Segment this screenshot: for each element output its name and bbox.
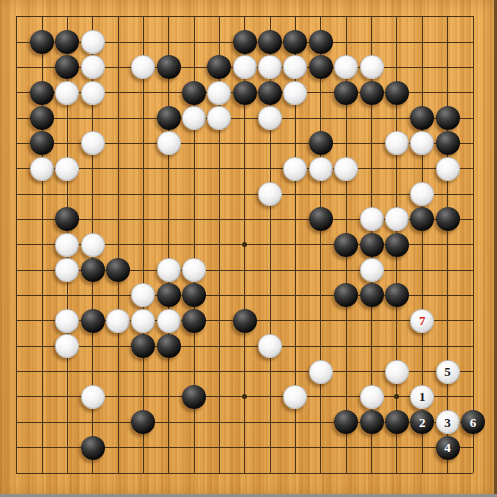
stone-black <box>55 207 79 231</box>
stone-white <box>436 157 460 181</box>
board-point[interactable] <box>156 131 181 156</box>
stone-black <box>55 55 79 79</box>
board-point[interactable] <box>333 156 358 181</box>
go-game-screenshot: 7512364 <box>0 0 497 497</box>
stone-black: 6 <box>461 410 485 434</box>
board-point[interactable] <box>156 55 181 80</box>
board-point[interactable] <box>156 283 181 308</box>
stone-white: 3 <box>436 410 460 434</box>
board-point[interactable] <box>80 257 105 282</box>
board-point[interactable] <box>55 232 80 257</box>
board-point[interactable] <box>359 80 384 105</box>
stone-black <box>360 81 384 105</box>
board-point[interactable] <box>131 55 156 80</box>
stone-white <box>334 55 358 79</box>
board-point[interactable] <box>80 435 105 460</box>
stone-black <box>207 55 231 79</box>
board-point[interactable] <box>308 131 333 156</box>
board-point[interactable] <box>435 156 460 181</box>
move-number-label: 6 <box>470 416 477 429</box>
board-point[interactable] <box>359 384 384 409</box>
board-point[interactable] <box>105 257 130 282</box>
board-point[interactable] <box>131 410 156 435</box>
board-point[interactable] <box>283 80 308 105</box>
stone-white <box>309 360 333 384</box>
board-point[interactable]: 6 <box>460 410 485 435</box>
stone-white <box>207 81 231 105</box>
board-point[interactable] <box>131 333 156 358</box>
board-point[interactable] <box>384 410 409 435</box>
board-point[interactable] <box>181 105 206 130</box>
board-point[interactable] <box>435 207 460 232</box>
stone-black <box>385 233 409 257</box>
stone-black <box>334 410 358 434</box>
stone-white <box>258 106 282 130</box>
board-point[interactable] <box>232 308 257 333</box>
stone-black <box>309 131 333 155</box>
stone-white <box>334 157 358 181</box>
stone-black <box>157 106 181 130</box>
board-point[interactable] <box>55 29 80 54</box>
board-point[interactable] <box>359 55 384 80</box>
board-point[interactable] <box>257 29 282 54</box>
stone-black <box>182 385 206 409</box>
stone-white <box>283 55 307 79</box>
stone-white <box>157 309 181 333</box>
move-number-label: 5 <box>444 365 451 378</box>
stone-black <box>157 55 181 79</box>
board-point[interactable] <box>29 105 54 130</box>
stone-black: 4 <box>436 436 460 460</box>
stones-grid: 7512364 <box>4 4 486 486</box>
stone-black <box>81 436 105 460</box>
board-point[interactable] <box>156 257 181 282</box>
board-point[interactable] <box>435 105 460 130</box>
stone-white <box>385 207 409 231</box>
stone-black <box>436 131 460 155</box>
stone-black <box>182 283 206 307</box>
board-point[interactable] <box>308 156 333 181</box>
stone-black <box>334 81 358 105</box>
stone-black <box>385 410 409 434</box>
board-point[interactable] <box>80 55 105 80</box>
board-point[interactable]: 5 <box>435 359 460 384</box>
board-point[interactable] <box>384 131 409 156</box>
stone-black <box>131 410 155 434</box>
board-point[interactable] <box>232 29 257 54</box>
board-point[interactable] <box>29 131 54 156</box>
board-point[interactable] <box>105 308 130 333</box>
stone-white <box>55 309 79 333</box>
board-point[interactable] <box>384 80 409 105</box>
board-point[interactable] <box>333 283 358 308</box>
stone-white <box>385 360 409 384</box>
stone-white <box>55 157 79 181</box>
stone-black <box>360 283 384 307</box>
stone-black <box>131 334 155 358</box>
stone-white <box>283 385 307 409</box>
stone-black <box>410 106 434 130</box>
stone-white <box>182 258 206 282</box>
stone-black <box>30 106 54 130</box>
board-point[interactable] <box>308 359 333 384</box>
stone-black <box>309 55 333 79</box>
board-point[interactable] <box>359 232 384 257</box>
move-number-label: 1 <box>419 390 426 403</box>
stone-black <box>233 81 257 105</box>
stone-black <box>258 81 282 105</box>
stone-white <box>157 131 181 155</box>
board-point[interactable] <box>410 207 435 232</box>
stone-black <box>81 258 105 282</box>
board-point[interactable] <box>435 131 460 156</box>
stone-white <box>360 385 384 409</box>
stone-white <box>233 55 257 79</box>
board-point[interactable]: 3 <box>435 410 460 435</box>
stone-black <box>55 30 79 54</box>
board-point[interactable] <box>283 55 308 80</box>
board-point[interactable] <box>257 333 282 358</box>
stone-black <box>360 233 384 257</box>
stone-white <box>258 182 282 206</box>
board-point[interactable] <box>257 55 282 80</box>
stone-white <box>131 55 155 79</box>
stone-black <box>30 131 54 155</box>
stone-white <box>309 157 333 181</box>
board-point[interactable] <box>181 80 206 105</box>
stone-white <box>81 233 105 257</box>
stone-black <box>309 30 333 54</box>
board-point[interactable] <box>80 232 105 257</box>
stone-white: 5 <box>436 360 460 384</box>
stone-white <box>258 55 282 79</box>
stone-white <box>81 55 105 79</box>
stone-black <box>436 106 460 130</box>
board-point[interactable] <box>257 105 282 130</box>
stone-black <box>182 81 206 105</box>
stone-white <box>81 81 105 105</box>
board-point[interactable] <box>257 181 282 206</box>
board-point[interactable] <box>55 55 80 80</box>
board-point[interactable] <box>283 156 308 181</box>
board-point[interactable] <box>181 283 206 308</box>
stone-black <box>157 283 181 307</box>
stone-black <box>233 30 257 54</box>
stone-white <box>55 258 79 282</box>
board-point[interactable]: 2 <box>410 410 435 435</box>
stone-black <box>30 81 54 105</box>
board-point[interactable] <box>55 257 80 282</box>
board-point[interactable] <box>55 333 80 358</box>
board-point[interactable] <box>181 384 206 409</box>
board-point[interactable] <box>55 308 80 333</box>
move-number-label: 3 <box>444 416 451 429</box>
stone-white <box>283 81 307 105</box>
board-point[interactable] <box>384 232 409 257</box>
board-point[interactable] <box>131 308 156 333</box>
stone-white <box>55 233 79 257</box>
stone-black <box>410 207 434 231</box>
board-point[interactable] <box>156 308 181 333</box>
stone-white: 7 <box>410 309 434 333</box>
stone-black <box>30 30 54 54</box>
stone-white <box>106 309 130 333</box>
board-point[interactable] <box>55 80 80 105</box>
stone-white <box>360 55 384 79</box>
stone-white <box>157 258 181 282</box>
board-point[interactable] <box>207 55 232 80</box>
stone-white <box>360 258 384 282</box>
stone-black <box>360 410 384 434</box>
board-point[interactable] <box>410 131 435 156</box>
board-point[interactable] <box>232 80 257 105</box>
stone-white <box>360 207 384 231</box>
stone-black <box>334 233 358 257</box>
board-point[interactable] <box>29 29 54 54</box>
board-point[interactable] <box>410 181 435 206</box>
board-point[interactable] <box>333 55 358 80</box>
stone-white <box>81 30 105 54</box>
stone-white <box>81 385 105 409</box>
board-point[interactable] <box>29 156 54 181</box>
stone-white <box>410 131 434 155</box>
board-point[interactable] <box>232 55 257 80</box>
board-point[interactable] <box>308 55 333 80</box>
stone-white <box>81 131 105 155</box>
stone-black <box>182 309 206 333</box>
stone-black <box>436 207 460 231</box>
stone-black <box>106 258 130 282</box>
stone-white <box>410 182 434 206</box>
board-point[interactable] <box>283 29 308 54</box>
board-point[interactable] <box>80 131 105 156</box>
board-point[interactable]: 1 <box>410 384 435 409</box>
board-point[interactable] <box>359 207 384 232</box>
board-point[interactable] <box>257 80 282 105</box>
board-point[interactable] <box>333 410 358 435</box>
board-point[interactable] <box>384 283 409 308</box>
stone-black: 2 <box>410 410 434 434</box>
board-point[interactable] <box>80 384 105 409</box>
board-point[interactable] <box>333 80 358 105</box>
board-point[interactable] <box>333 232 358 257</box>
stone-black <box>157 334 181 358</box>
stone-white <box>283 157 307 181</box>
stone-white <box>55 81 79 105</box>
stone-white <box>258 334 282 358</box>
stone-black <box>81 309 105 333</box>
board-point[interactable] <box>384 359 409 384</box>
stone-black <box>385 81 409 105</box>
board-point[interactable] <box>207 105 232 130</box>
stone-black <box>309 207 333 231</box>
board-point[interactable] <box>359 283 384 308</box>
board-point[interactable] <box>181 257 206 282</box>
board-point[interactable] <box>55 156 80 181</box>
board-point[interactable] <box>207 80 232 105</box>
stone-black <box>233 309 257 333</box>
board-point[interactable]: 4 <box>435 435 460 460</box>
board-point[interactable] <box>80 29 105 54</box>
stone-white <box>30 157 54 181</box>
stone-white <box>131 283 155 307</box>
stone-white <box>182 106 206 130</box>
board-point[interactable]: 7 <box>410 308 435 333</box>
move-number-label: 2 <box>419 416 426 429</box>
board-point[interactable] <box>156 333 181 358</box>
stone-white <box>385 131 409 155</box>
go-board[interactable]: 7512364 <box>0 0 497 497</box>
move-number-label: 4 <box>444 441 451 454</box>
board-point[interactable] <box>80 308 105 333</box>
stone-black <box>258 30 282 54</box>
board-point[interactable] <box>359 257 384 282</box>
board-point[interactable] <box>410 105 435 130</box>
board-point[interactable] <box>181 308 206 333</box>
board-point[interactable] <box>359 410 384 435</box>
board-point[interactable] <box>308 29 333 54</box>
stone-black <box>334 283 358 307</box>
stone-white: 1 <box>410 385 434 409</box>
board-point[interactable] <box>156 105 181 130</box>
stone-black <box>283 30 307 54</box>
board-point[interactable] <box>384 207 409 232</box>
board-point[interactable] <box>283 384 308 409</box>
stone-white <box>207 106 231 130</box>
move-number-label: 7 <box>419 314 426 327</box>
stone-white <box>55 334 79 358</box>
board-point[interactable] <box>29 80 54 105</box>
stone-white <box>131 309 155 333</box>
board-point[interactable] <box>80 80 105 105</box>
board-point[interactable] <box>308 207 333 232</box>
stone-black <box>385 283 409 307</box>
board-point[interactable] <box>55 207 80 232</box>
board-point[interactable] <box>131 283 156 308</box>
